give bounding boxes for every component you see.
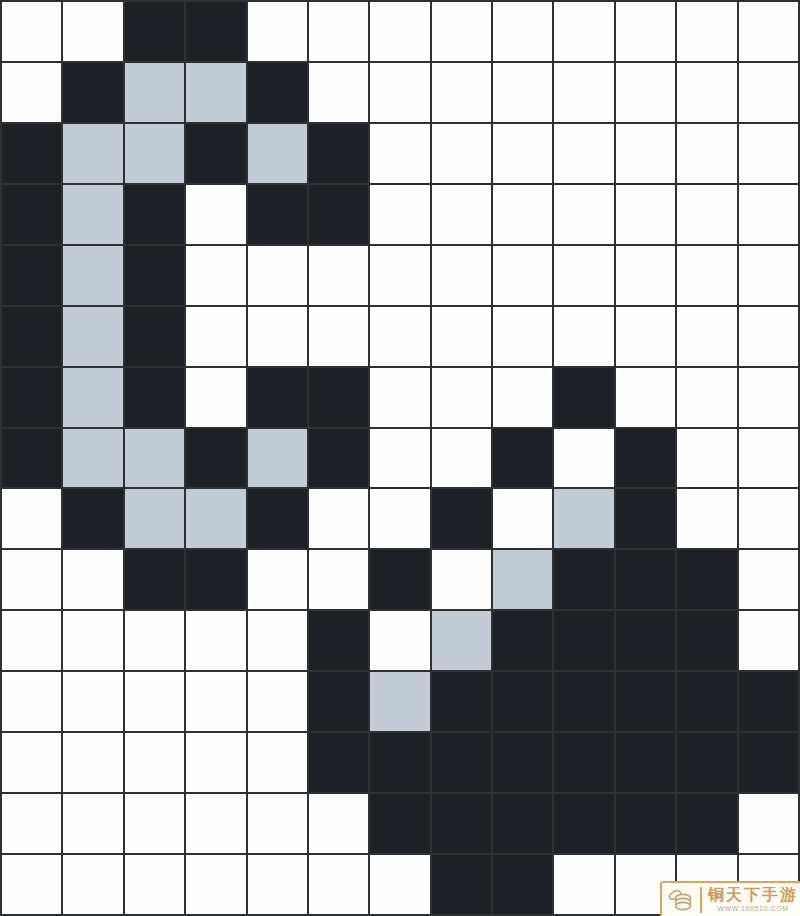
screenshot-stage: 铜天下手游 WWW.168510.COM (0, 0, 800, 916)
cell-r10c11[interactable] (677, 611, 736, 670)
cell-r2c12[interactable] (739, 124, 798, 183)
cell-r1c8[interactable] (493, 63, 552, 122)
cell-r8c6[interactable] (370, 489, 429, 548)
cell-r10c0[interactable] (2, 611, 61, 670)
cell-r3c6[interactable] (370, 185, 429, 244)
cell-r6c10[interactable] (616, 368, 675, 427)
cell-r5c11[interactable] (677, 307, 736, 366)
cell-r8c1[interactable] (63, 489, 122, 548)
cell-r0c8[interactable] (493, 2, 552, 61)
cell-r3c10[interactable] (616, 185, 675, 244)
cell-r7c4[interactable] (248, 429, 307, 488)
cell-r12c8[interactable] (493, 733, 552, 792)
cell-r6c12[interactable] (739, 368, 798, 427)
cell-r11c5[interactable] (309, 672, 368, 731)
cell-r13c2[interactable] (125, 794, 184, 853)
cell-r2c2[interactable] (125, 124, 184, 183)
pixel-grid (0, 0, 800, 916)
cell-r7c1[interactable] (63, 429, 122, 488)
cell-r0c11[interactable] (677, 2, 736, 61)
cell-r5c4[interactable] (248, 307, 307, 366)
cell-r8c2[interactable] (125, 489, 184, 548)
cell-r1c9[interactable] (554, 63, 613, 122)
cell-r12c5[interactable] (309, 733, 368, 792)
cell-r5c7[interactable] (432, 307, 491, 366)
cell-r2c6[interactable] (370, 124, 429, 183)
cell-r4c0[interactable] (2, 246, 61, 305)
cell-r0c4[interactable] (248, 2, 307, 61)
watermark-url: WWW.168510.COM (717, 905, 788, 912)
cell-r0c12[interactable] (739, 2, 798, 61)
cell-r2c5[interactable] (309, 124, 368, 183)
cell-r6c6[interactable] (370, 368, 429, 427)
cell-r4c2[interactable] (125, 246, 184, 305)
cell-r3c3[interactable] (186, 185, 245, 244)
cell-r4c4[interactable] (248, 246, 307, 305)
cell-r13c7[interactable] (432, 794, 491, 853)
cell-r14c3[interactable] (186, 855, 245, 914)
cell-r9c7[interactable] (432, 550, 491, 609)
cell-r13c5[interactable] (309, 794, 368, 853)
cell-r2c1[interactable] (63, 124, 122, 183)
cell-r9c1[interactable] (63, 550, 122, 609)
cell-r3c7[interactable] (432, 185, 491, 244)
cell-r3c5[interactable] (309, 185, 368, 244)
cell-r11c11[interactable] (677, 672, 736, 731)
cell-r4c10[interactable] (616, 246, 675, 305)
watermark-divider (700, 887, 702, 913)
cell-r3c4[interactable] (248, 185, 307, 244)
cell-r1c7[interactable] (432, 63, 491, 122)
cell-r1c2[interactable] (125, 63, 184, 122)
cell-r8c12[interactable] (739, 489, 798, 548)
cell-r10c2[interactable] (125, 611, 184, 670)
cell-r2c3[interactable] (186, 124, 245, 183)
cell-r9c4[interactable] (248, 550, 307, 609)
cell-r11c2[interactable] (125, 672, 184, 731)
cell-r13c8[interactable] (493, 794, 552, 853)
cell-r6c0[interactable] (2, 368, 61, 427)
cell-r6c4[interactable] (248, 368, 307, 427)
cell-r8c9[interactable] (554, 489, 613, 548)
cell-r6c8[interactable] (493, 368, 552, 427)
cell-r5c0[interactable] (2, 307, 61, 366)
cell-r7c12[interactable] (739, 429, 798, 488)
cell-r2c0[interactable] (2, 124, 61, 183)
cell-r5c5[interactable] (309, 307, 368, 366)
cell-r1c12[interactable] (739, 63, 798, 122)
cell-r0c10[interactable] (616, 2, 675, 61)
cell-r6c11[interactable] (677, 368, 736, 427)
coins-icon (666, 885, 700, 915)
cell-r0c3[interactable] (186, 2, 245, 61)
cell-r14c8[interactable] (493, 855, 552, 914)
cell-r8c10[interactable] (616, 489, 675, 548)
cell-r4c8[interactable] (493, 246, 552, 305)
cell-r5c3[interactable] (186, 307, 245, 366)
cell-r12c6[interactable] (370, 733, 429, 792)
cell-r6c9[interactable] (554, 368, 613, 427)
cell-r9c5[interactable] (309, 550, 368, 609)
cell-r4c9[interactable] (554, 246, 613, 305)
cell-r13c10[interactable] (616, 794, 675, 853)
cell-r8c11[interactable] (677, 489, 736, 548)
watermark-text: 铜天下手游 WWW.168510.COM (706, 887, 800, 912)
cell-r4c5[interactable] (309, 246, 368, 305)
cell-r9c8[interactable] (493, 550, 552, 609)
cell-r8c7[interactable] (432, 489, 491, 548)
cell-r13c3[interactable] (186, 794, 245, 853)
cell-r10c5[interactable] (309, 611, 368, 670)
cell-r6c3[interactable] (186, 368, 245, 427)
cell-r13c11[interactable] (677, 794, 736, 853)
cell-r14c7[interactable] (432, 855, 491, 914)
cell-r7c9[interactable] (554, 429, 613, 488)
cell-r8c4[interactable] (248, 489, 307, 548)
cell-r8c0[interactable] (2, 489, 61, 548)
cell-r4c12[interactable] (739, 246, 798, 305)
cell-r13c9[interactable] (554, 794, 613, 853)
cell-r6c5[interactable] (309, 368, 368, 427)
cell-r10c1[interactable] (63, 611, 122, 670)
cell-r7c5[interactable] (309, 429, 368, 488)
cell-r13c1[interactable] (63, 794, 122, 853)
cell-r12c1[interactable] (63, 733, 122, 792)
cell-r1c0[interactable] (2, 63, 61, 122)
cell-r6c2[interactable] (125, 368, 184, 427)
site-watermark: 铜天下手游 WWW.168510.COM (660, 881, 800, 916)
cell-r6c1[interactable] (63, 368, 122, 427)
cell-r14c0[interactable] (2, 855, 61, 914)
cell-r8c5[interactable] (309, 489, 368, 548)
cell-r10c4[interactable] (248, 611, 307, 670)
watermark-title: 铜天下手游 (708, 887, 798, 903)
cell-r9c0[interactable] (2, 550, 61, 609)
cell-r0c6[interactable] (370, 2, 429, 61)
cell-r9c3[interactable] (186, 550, 245, 609)
cell-r7c10[interactable] (616, 429, 675, 488)
cell-r13c4[interactable] (248, 794, 307, 853)
cell-r14c2[interactable] (125, 855, 184, 914)
cell-r3c12[interactable] (739, 185, 798, 244)
cell-r5c1[interactable] (63, 307, 122, 366)
cell-r11c0[interactable] (2, 672, 61, 731)
cell-r0c0[interactable] (2, 2, 61, 61)
cell-r5c10[interactable] (616, 307, 675, 366)
cell-r10c3[interactable] (186, 611, 245, 670)
cell-r13c12[interactable] (739, 794, 798, 853)
cell-r10c12[interactable] (739, 611, 798, 670)
cell-r11c7[interactable] (432, 672, 491, 731)
cell-r8c3[interactable] (186, 489, 245, 548)
cell-r6c7[interactable] (432, 368, 491, 427)
cell-r10c10[interactable] (616, 611, 675, 670)
cell-r10c9[interactable] (554, 611, 613, 670)
cell-r3c9[interactable] (554, 185, 613, 244)
cell-r9c6[interactable] (370, 550, 429, 609)
cell-r7c11[interactable] (677, 429, 736, 488)
cell-r10c8[interactable] (493, 611, 552, 670)
cell-r3c8[interactable] (493, 185, 552, 244)
cell-r1c6[interactable] (370, 63, 429, 122)
cell-r3c11[interactable] (677, 185, 736, 244)
cell-r2c10[interactable] (616, 124, 675, 183)
cell-r12c11[interactable] (677, 733, 736, 792)
cell-r1c4[interactable] (248, 63, 307, 122)
cell-r4c6[interactable] (370, 246, 429, 305)
cell-r11c4[interactable] (248, 672, 307, 731)
cell-r7c2[interactable] (125, 429, 184, 488)
cell-r12c9[interactable] (554, 733, 613, 792)
cell-r0c1[interactable] (63, 2, 122, 61)
cell-r9c9[interactable] (554, 550, 613, 609)
cell-r1c11[interactable] (677, 63, 736, 122)
cell-r12c7[interactable] (432, 733, 491, 792)
cell-r3c0[interactable] (2, 185, 61, 244)
cell-r12c12[interactable] (739, 733, 798, 792)
cell-r9c10[interactable] (616, 550, 675, 609)
cell-r1c3[interactable] (186, 63, 245, 122)
cell-r14c4[interactable] (248, 855, 307, 914)
cell-r12c4[interactable] (248, 733, 307, 792)
cell-r7c0[interactable] (2, 429, 61, 488)
cell-r11c9[interactable] (554, 672, 613, 731)
cell-r2c7[interactable] (432, 124, 491, 183)
cell-r11c3[interactable] (186, 672, 245, 731)
cell-r4c1[interactable] (63, 246, 122, 305)
cell-r14c6[interactable] (370, 855, 429, 914)
cell-r11c8[interactable] (493, 672, 552, 731)
cell-r1c1[interactable] (63, 63, 122, 122)
cell-r12c10[interactable] (616, 733, 675, 792)
cell-r0c5[interactable] (309, 2, 368, 61)
cell-r14c5[interactable] (309, 855, 368, 914)
cell-r7c7[interactable] (432, 429, 491, 488)
cell-r5c9[interactable] (554, 307, 613, 366)
cell-r9c12[interactable] (739, 550, 798, 609)
cell-r8c8[interactable] (493, 489, 552, 548)
cell-r3c2[interactable] (125, 185, 184, 244)
cell-r2c8[interactable] (493, 124, 552, 183)
cell-r7c8[interactable] (493, 429, 552, 488)
cell-r2c9[interactable] (554, 124, 613, 183)
cell-r2c4[interactable] (248, 124, 307, 183)
cell-r11c10[interactable] (616, 672, 675, 731)
cell-r0c7[interactable] (432, 2, 491, 61)
cell-r1c10[interactable] (616, 63, 675, 122)
cell-r13c0[interactable] (2, 794, 61, 853)
cell-r13c6[interactable] (370, 794, 429, 853)
cell-r5c2[interactable] (125, 307, 184, 366)
cell-r3c1[interactable] (63, 185, 122, 244)
cell-r10c7[interactable] (432, 611, 491, 670)
cell-r5c8[interactable] (493, 307, 552, 366)
cell-r0c9[interactable] (554, 2, 613, 61)
cell-r14c1[interactable] (63, 855, 122, 914)
cell-r12c0[interactable] (2, 733, 61, 792)
cell-r1c5[interactable] (309, 63, 368, 122)
cell-r5c12[interactable] (739, 307, 798, 366)
cell-r0c2[interactable] (125, 2, 184, 61)
cell-r2c11[interactable] (677, 124, 736, 183)
cell-r12c3[interactable] (186, 733, 245, 792)
cell-r10c6[interactable] (370, 611, 429, 670)
cell-r4c7[interactable] (432, 246, 491, 305)
cell-r14c9[interactable] (554, 855, 613, 914)
cell-r5c6[interactable] (370, 307, 429, 366)
cell-r4c11[interactable] (677, 246, 736, 305)
cell-r9c11[interactable] (677, 550, 736, 609)
cell-r11c12[interactable] (739, 672, 798, 731)
cell-r9c2[interactable] (125, 550, 184, 609)
cell-r7c6[interactable] (370, 429, 429, 488)
cell-r12c2[interactable] (125, 733, 184, 792)
cell-r11c1[interactable] (63, 672, 122, 731)
cell-r4c3[interactable] (186, 246, 245, 305)
cell-r7c3[interactable] (186, 429, 245, 488)
cell-r11c6[interactable] (370, 672, 429, 731)
